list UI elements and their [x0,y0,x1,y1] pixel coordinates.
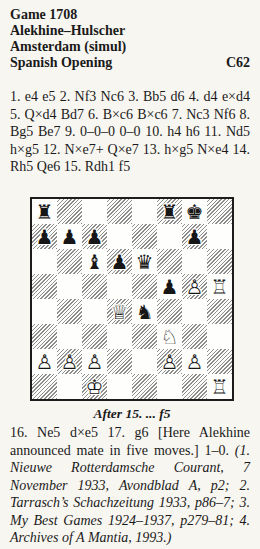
black-queen-icon: ♛ [132,249,157,274]
square-g4 [182,299,207,324]
square-d3 [107,324,132,349]
black-rook-icon: ♜ [32,199,57,224]
square-h4 [207,299,232,324]
square-e3 [132,324,157,349]
game-number: Game 1708 [10,7,250,23]
white-pawn-icon: ♟♙ [182,274,207,299]
moves-text: 1. e4 e5 2. Nf3 Nc6 3. Bb5 d6 4. d4 e×d4… [10,88,250,176]
black-rook-icon: ♜ [157,199,182,224]
square-c8 [82,199,107,224]
black-knight-icon: ♞ [132,299,157,324]
square-b8 [57,199,82,224]
square-d7 [107,224,132,249]
black-pawn-icon: ♟ [32,224,57,249]
book-page: Game 1708 Alekhine–Hulscher Amsterdam (s… [0,0,260,549]
black-pawn-icon: ♟ [157,274,182,299]
square-b2: ♟♙ [57,349,82,374]
square-h2 [207,349,232,374]
square-g6 [182,249,207,274]
square-a2: ♟♙ [32,349,57,374]
square-a1 [32,374,57,399]
square-e1 [132,374,157,399]
black-pawn-icon: ♟ [107,249,132,274]
white-knight-icon: ♞♘ [157,324,182,349]
square-h5: ♜♖ [207,274,232,299]
notes-text: 16. Ne5 d×e5 17. g6 [Here Alekhine annou… [10,424,250,547]
square-e8 [132,199,157,224]
square-a3 [32,324,57,349]
square-b1 [57,374,82,399]
square-d6: ♟ [107,249,132,274]
square-f8: ♜ [157,199,182,224]
opening-row: Spanish Opening C62 [10,55,250,71]
square-a5 [32,274,57,299]
square-c2: ♟♙ [82,349,107,374]
square-h6 [207,249,232,274]
square-d5 [107,274,132,299]
white-pawn-icon: ♟♙ [32,349,57,374]
game-header: Game 1708 Alekhine–Hulscher Amsterdam (s… [10,7,250,71]
white-pawn-icon: ♟♙ [82,349,107,374]
square-a6 [32,249,57,274]
square-e2 [132,349,157,374]
white-king-icon: ♚♔ [82,374,107,399]
square-e5 [132,274,157,299]
square-a7: ♟ [32,224,57,249]
chess-board: ♜♜♚♟♟♟♟♝♟♛♟♟♙♜♖♛♕♞♞♘♟♙♟♙♟♙♟♙♟♙♚♔♜♖ [30,197,234,401]
square-g5: ♟♙ [182,274,207,299]
white-pawn-icon: ♟♙ [157,349,182,374]
square-f3: ♞♘ [157,324,182,349]
eco-code: C62 [226,55,250,71]
square-g1 [182,374,207,399]
diagram-caption: After 15. ... f5 [30,406,234,422]
black-bishop-icon: ♝ [82,249,107,274]
square-g3 [182,324,207,349]
square-b4 [57,299,82,324]
square-e6: ♛ [132,249,157,274]
square-g8: ♚ [182,199,207,224]
square-f2: ♟♙ [157,349,182,374]
square-f6 [157,249,182,274]
square-c6: ♝ [82,249,107,274]
black-pawn-icon: ♟ [57,224,82,249]
square-f4 [157,299,182,324]
square-g2: ♟♙ [182,349,207,374]
square-h1: ♜♖ [207,374,232,399]
square-e4: ♞ [132,299,157,324]
black-king-icon: ♚ [182,199,207,224]
black-pawn-icon: ♟ [82,224,107,249]
square-d1 [107,374,132,399]
square-b7: ♟ [57,224,82,249]
square-d2 [107,349,132,374]
square-e7 [132,224,157,249]
white-pawn-icon: ♟♙ [182,349,207,374]
chess-diagram: ♜♜♚♟♟♟♟♝♟♛♟♟♙♜♖♛♕♞♞♘♟♙♟♙♟♙♟♙♟♙♚♔♜♖ After… [30,197,234,422]
square-h3 [207,324,232,349]
square-b3 [57,324,82,349]
square-d4: ♛♕ [107,299,132,324]
square-b6 [57,249,82,274]
square-c4 [82,299,107,324]
square-c7: ♟ [82,224,107,249]
event: Amsterdam (simul) [10,39,250,55]
players: Alekhine–Hulscher [10,23,250,39]
opening-name: Spanish Opening [10,55,112,71]
white-rook-icon: ♜♖ [207,274,232,299]
black-pawn-icon: ♟ [182,224,207,249]
square-c3 [82,324,107,349]
white-queen-icon: ♛♕ [107,299,132,324]
white-rook-icon: ♜♖ [207,374,232,399]
square-h7 [207,224,232,249]
square-g7: ♟ [182,224,207,249]
notes-main: 16. Ne5 d×e5 17. g6 [Here Alekhine annou… [10,425,250,458]
square-f7 [157,224,182,249]
square-f1 [157,374,182,399]
square-a4 [32,299,57,324]
white-pawn-icon: ♟♙ [57,349,82,374]
square-b5 [57,274,82,299]
square-c1: ♚♔ [82,374,107,399]
square-c5 [82,274,107,299]
square-h8 [207,199,232,224]
square-a8: ♜ [32,199,57,224]
square-d8 [107,199,132,224]
square-f5: ♟ [157,274,182,299]
